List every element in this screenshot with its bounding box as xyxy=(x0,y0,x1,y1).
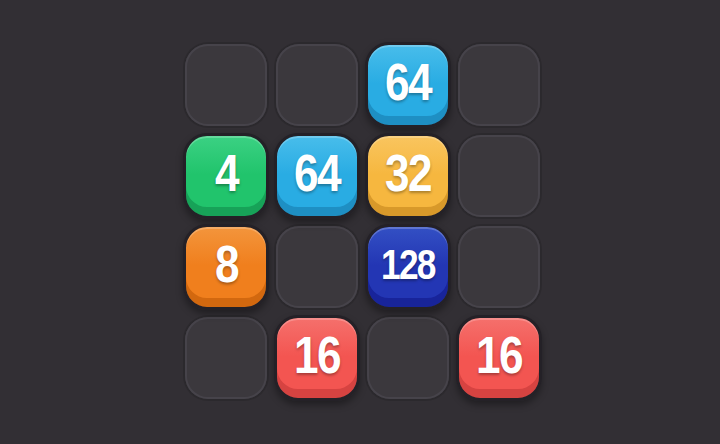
tile-32: 32 xyxy=(365,133,451,219)
cell-r3c0 xyxy=(185,317,267,399)
tile-value: 32 xyxy=(385,147,431,205)
tile-value: 16 xyxy=(294,329,340,387)
tile-value: 4 xyxy=(215,147,238,205)
cell-r3c1: 16 xyxy=(276,317,358,399)
tile-64: 64 xyxy=(274,133,360,219)
cell-r3c2 xyxy=(367,317,449,399)
cell-r1c2: 32 xyxy=(367,135,449,217)
cell-r1c1: 64 xyxy=(276,135,358,217)
tile-8: 8 xyxy=(183,224,269,310)
cell-r1c3 xyxy=(458,135,540,217)
cell-r3c3: 16 xyxy=(458,317,540,399)
cell-r1c0: 4 xyxy=(185,135,267,217)
tile-16: 16 xyxy=(456,315,542,401)
cell-r2c1 xyxy=(276,226,358,308)
tile-16: 16 xyxy=(274,315,360,401)
cell-r2c2: 128 xyxy=(367,226,449,308)
cell-r2c3 xyxy=(458,226,540,308)
tile-4: 4 xyxy=(183,133,269,219)
tile-value: 64 xyxy=(385,56,431,114)
tile-value: 128 xyxy=(381,243,435,292)
tile-value: 8 xyxy=(215,238,238,296)
cell-r0c1 xyxy=(276,44,358,126)
tile-value: 16 xyxy=(476,329,522,387)
cell-r0c2: 64 xyxy=(367,44,449,126)
tile-value: 64 xyxy=(294,147,340,205)
cell-r2c0: 8 xyxy=(185,226,267,308)
tile-128: 128 xyxy=(365,224,451,310)
board[interactable]: 644643281281616 xyxy=(185,44,540,399)
cell-r0c0 xyxy=(185,44,267,126)
cell-r0c3 xyxy=(458,44,540,126)
tile-64: 64 xyxy=(365,42,451,128)
